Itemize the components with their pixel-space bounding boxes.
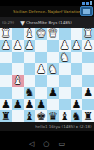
square-f8[interactable]: ♝ [24,110,36,122]
square-f1[interactable]: ♝ [24,28,36,40]
black-pawn-e7: ♟ [36,99,46,110]
square-a3[interactable] [82,52,94,64]
square-c8[interactable]: ♝ [59,110,71,122]
square-a4[interactable] [82,63,94,75]
white-player-bar[interactable]: (0:29) ▼ ChessMike Brys (1485) [0,17,94,28]
white-player-name: ChessMike Brys (1485) [26,20,72,25]
square-g8[interactable] [12,110,24,122]
android-nav-bar: ◁ ○ ▭ [0,138,94,150]
square-c7[interactable] [59,99,71,111]
square-h2[interactable]: ♟ [0,40,12,52]
black-pawn-b7: ♟ [71,99,81,110]
square-b8[interactable]: ♞ [71,110,83,122]
square-f7[interactable]: ♟ [24,99,36,111]
square-c6[interactable] [59,87,71,99]
square-b2[interactable]: ♟ [71,40,83,52]
square-d6[interactable]: ♟ [47,87,59,99]
square-c1[interactable] [59,28,71,40]
square-e1[interactable]: ♚ [35,28,47,40]
black-knight-f6: ♞ [24,87,34,98]
black-rook-a8: ♜ [83,111,93,122]
square-d5[interactable] [47,75,59,87]
square-b7[interactable]: ♟ [71,99,83,111]
square-h4[interactable] [0,63,12,75]
white-pawn-c2: ♟ [60,40,70,51]
square-c5[interactable] [59,75,71,87]
square-b6[interactable] [71,87,83,99]
black-player-bar[interactable]: hello1 16tyu (1485) ▸ (2:18) [0,122,94,131]
black-pawn-a6: ♟ [83,87,93,98]
square-e7[interactable]: ♟ [35,99,47,111]
white-pawn-a2: ♟ [83,40,93,51]
square-h7[interactable]: ♟ [0,99,12,111]
square-g7[interactable]: ♟ [12,99,24,111]
bottom-gap [0,131,94,138]
white-knight-c3: ♞ [60,52,70,63]
square-g3[interactable] [12,52,24,64]
black-king-e8: ♚ [36,111,46,122]
white-king-e1: ♚ [36,28,46,39]
square-a5[interactable] [82,75,94,87]
square-e8[interactable]: ♚ [35,110,47,122]
square-g2[interactable]: ♟ [12,40,24,52]
square-a6[interactable]: ♟ [82,87,94,99]
board-options-button[interactable] [80,6,93,16]
white-knight-d4: ♞ [48,64,58,75]
chess-board: ♜♝♚♛♜♟♟♟♟♟♟♞♟♞♝♞♟♟♟♟♟♟♟♜♝♚♛♝♞♜ [0,28,94,122]
square-h6[interactable] [0,87,12,99]
white-player-clock: (0:29) [2,20,14,25]
white-pawn-b2: ♟ [71,40,81,51]
square-d2[interactable] [47,40,59,52]
square-a8[interactable]: ♜ [82,110,94,122]
square-a1[interactable]: ♜ [82,28,94,40]
chess-app-screen: Sicilian Defence, Najdorf Variation (0:2… [0,0,94,150]
white-pawn-g2: ♟ [13,40,23,51]
square-d7[interactable] [47,99,59,111]
square-b3[interactable] [71,52,83,64]
black-pawn-f7: ♟ [24,99,34,110]
square-f4[interactable] [24,63,36,75]
signal-icon [86,2,89,5]
square-e3[interactable] [35,52,47,64]
square-d1[interactable]: ♛ [47,28,59,40]
square-h8[interactable]: ♜ [0,110,12,122]
white-bishop-f1: ♝ [24,28,34,39]
square-h3[interactable] [0,52,12,64]
square-f6[interactable]: ♞ [24,87,36,99]
white-pawn-e4: ♟ [36,64,46,75]
white-rook-a1: ♜ [83,28,93,39]
recents-icon[interactable]: ▭ [58,141,65,148]
white-bishop-g5: ♝ [13,75,23,86]
square-c2[interactable]: ♟ [59,40,71,52]
square-g6[interactable] [12,87,24,99]
square-g1[interactable] [12,28,24,40]
black-bishop-c8: ♝ [60,111,70,122]
square-g5[interactable]: ♝ [12,75,24,87]
black-bishop-f8: ♝ [24,111,34,122]
square-h1[interactable]: ♜ [0,28,12,40]
square-b5[interactable] [71,75,83,87]
board-options-icon [83,9,90,14]
square-e6[interactable] [35,87,47,99]
black-pawn-h7: ♟ [1,99,11,110]
square-a7[interactable] [82,99,94,111]
network-icon [82,2,85,5]
square-d8[interactable]: ♛ [47,110,59,122]
white-pawn-h2: ♟ [1,40,11,51]
black-pawn-g7: ♟ [13,99,23,110]
black-rook-h8: ♜ [1,111,11,122]
back-icon[interactable]: ◁ [29,141,34,148]
to-move-indicator-icon: ▼ [20,19,25,26]
square-b4[interactable] [71,63,83,75]
square-g4[interactable] [12,63,24,75]
square-e2[interactable] [35,40,47,52]
square-c4[interactable] [59,63,71,75]
battery-icon [90,1,92,5]
black-knight-b8: ♞ [71,111,81,122]
square-c3[interactable]: ♞ [59,52,71,64]
title-bar: Sicilian Defence, Najdorf Variation [0,6,94,17]
black-pawn-d6: ♟ [48,87,58,98]
square-d3[interactable] [47,52,59,64]
square-d4[interactable]: ♞ [47,63,59,75]
white-rook-h1: ♜ [1,28,11,39]
black-player-name: hello1 16tyu (1485) ▸ (2:18) [36,124,92,129]
square-h5[interactable] [0,75,12,87]
square-f2[interactable]: ♟ [24,40,36,52]
white-pawn-f2: ♟ [24,40,34,51]
square-b1[interactable] [71,28,83,40]
home-icon[interactable]: ○ [43,141,49,148]
opening-name-title: Sicilian Defence, Najdorf Variation [13,9,81,14]
square-f5[interactable] [24,75,36,87]
black-queen-d8: ♛ [48,111,58,122]
square-f3[interactable] [24,52,36,64]
square-e4[interactable]: ♟ [35,63,47,75]
square-a2[interactable]: ♟ [82,40,94,52]
square-e5[interactable] [35,75,47,87]
white-queen-d1: ♛ [48,28,58,39]
